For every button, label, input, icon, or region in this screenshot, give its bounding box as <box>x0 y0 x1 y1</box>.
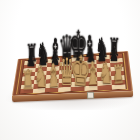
square-c1 <box>45 87 58 92</box>
chess-set-photo: ♜♞♝♛♚♝♞♜♟♟♟♟♟♟♟♟♟♟♟♟♟♟♟♟♜♞♝♛♚♝♞♜ <box>0 0 140 140</box>
chess-board-frame <box>12 51 133 96</box>
square-f1 <box>84 86 98 91</box>
square-e1 <box>71 86 84 91</box>
chess-board <box>20 54 126 94</box>
square-g1 <box>97 85 111 90</box>
square-b1 <box>32 88 45 93</box>
square-a1 <box>20 89 33 94</box>
clasp-icon <box>87 92 94 99</box>
square-d1 <box>58 87 71 92</box>
square-h1 <box>111 84 126 89</box>
